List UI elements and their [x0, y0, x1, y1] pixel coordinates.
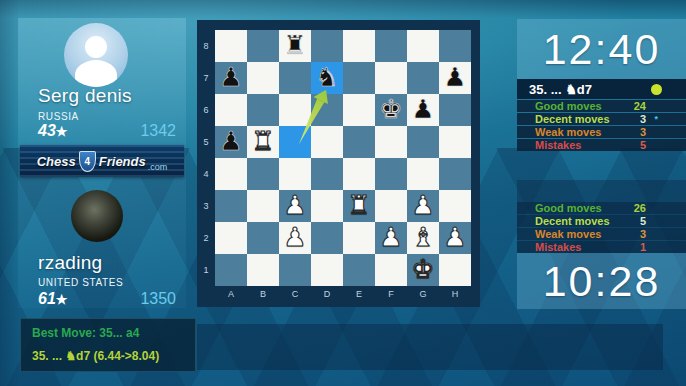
file-label: C	[279, 286, 311, 302]
square-h6[interactable]	[439, 94, 471, 126]
square-e1[interactable]	[343, 254, 375, 286]
white-pawn[interactable]: ♟	[439, 222, 471, 254]
board-panel: 87654321 ♜♟♞♟♚♟♟♜♟♜♟♟♟♝♟♚ ABCDEFGH	[197, 20, 480, 307]
square-c4[interactable]	[279, 158, 311, 190]
black-rook[interactable]: ♜	[279, 30, 311, 62]
file-labels: ABCDEFGH	[215, 286, 471, 302]
chess-friends-game-screen: Serg denis RUSSIA 43★ 1342 Chess 4 Frien…	[0, 0, 686, 386]
file-label: B	[247, 286, 279, 302]
move-quality-dot-icon	[651, 84, 662, 95]
square-h3[interactable]	[439, 190, 471, 222]
rank-label: 3	[197, 190, 215, 222]
square-e6[interactable]	[343, 94, 375, 126]
player-avatar	[71, 190, 123, 242]
square-a2[interactable]	[215, 222, 247, 254]
opponent-star-count: 43	[38, 122, 56, 139]
white-pawn[interactable]: ♟	[279, 190, 311, 222]
opponent-clock: 12:40	[517, 19, 686, 79]
rank-label: 6	[197, 94, 215, 126]
rank-label: 1	[197, 254, 215, 286]
square-c5[interactable]	[279, 126, 311, 158]
square-b2[interactable]	[247, 222, 279, 254]
best-move-text: Best Move: 35... a4	[32, 326, 139, 340]
file-label: E	[343, 286, 375, 302]
square-d1[interactable]	[311, 254, 343, 286]
square-e4[interactable]	[343, 158, 375, 190]
square-a3[interactable]	[215, 190, 247, 222]
stat-row-mistakes: Mistakes 5	[517, 139, 686, 151]
rank-label: 7	[197, 62, 215, 94]
stat-row-weak: Weak moves 3	[517, 228, 686, 240]
square-d4[interactable]	[311, 158, 343, 190]
square-c3[interactable]: ♟	[279, 190, 311, 222]
square-e8[interactable]	[343, 30, 375, 62]
square-b4[interactable]	[247, 158, 279, 190]
stat-row-mistakes: Mistakes 1	[517, 241, 686, 253]
square-c8[interactable]: ♜	[279, 30, 311, 62]
square-f4[interactable]	[375, 158, 407, 190]
chess4friends-logo: Chess 4 Friends .com	[20, 145, 184, 177]
square-g3[interactable]: ♟	[407, 190, 439, 222]
square-b1[interactable]	[247, 254, 279, 286]
rank-label: 5	[197, 126, 215, 158]
file-label: G	[407, 286, 439, 302]
black-pawn[interactable]: ♟	[215, 62, 247, 94]
square-g2[interactable]: ♝	[407, 222, 439, 254]
square-g4[interactable]	[407, 158, 439, 190]
last-move-bar: 35. ... ♞d7	[517, 79, 686, 99]
square-d8[interactable]	[311, 30, 343, 62]
square-f2[interactable]: ♟	[375, 222, 407, 254]
last-move-text: 35. ... ♞d7	[529, 82, 592, 97]
square-d5[interactable]	[311, 126, 343, 158]
square-g1[interactable]: ♚	[407, 254, 439, 286]
black-pawn[interactable]: ♟	[215, 126, 247, 158]
player-statline: 61★ 1350	[38, 290, 178, 310]
square-e3[interactable]: ♜	[343, 190, 375, 222]
player-name: rzading	[38, 252, 102, 274]
stat-row-good: Good moves 24	[517, 100, 686, 112]
black-pawn[interactable]: ♟	[407, 94, 439, 126]
logo-text-com: .com	[148, 162, 168, 172]
opponent-move-stats: Good moves 24 Decent moves 3 * Weak move…	[517, 100, 686, 151]
stat-row-weak: Weak moves 3	[517, 126, 686, 138]
opponent-rating: 1342	[140, 122, 176, 140]
square-c2[interactable]: ♟	[279, 222, 311, 254]
square-a6[interactable]	[215, 94, 247, 126]
player-move-stats: Good moves 26 Decent moves 5 Weak moves …	[517, 202, 686, 253]
white-pawn[interactable]: ♟	[375, 222, 407, 254]
square-a4[interactable]	[215, 158, 247, 190]
square-d2[interactable]	[311, 222, 343, 254]
file-label: F	[375, 286, 407, 302]
white-bishop[interactable]: ♝	[407, 222, 439, 254]
square-a1[interactable]	[215, 254, 247, 286]
square-c1[interactable]	[279, 254, 311, 286]
file-label: D	[311, 286, 343, 302]
black-pawn[interactable]: ♟	[439, 62, 471, 94]
file-label: A	[215, 286, 247, 302]
square-f8[interactable]	[375, 30, 407, 62]
square-a8[interactable]	[215, 30, 247, 62]
star-icon: ★	[56, 124, 68, 139]
bottom-bar	[197, 324, 663, 370]
square-f1[interactable]	[375, 254, 407, 286]
white-king[interactable]: ♚	[407, 254, 439, 286]
square-c7[interactable]	[279, 62, 311, 94]
players-panel: Serg denis RUSSIA 43★ 1342 Chess 4 Frien…	[18, 18, 186, 308]
square-e5[interactable]	[343, 126, 375, 158]
square-b3[interactable]	[247, 190, 279, 222]
square-f3[interactable]	[375, 190, 407, 222]
square-b5[interactable]: ♜	[247, 126, 279, 158]
white-rook[interactable]: ♜	[343, 190, 375, 222]
chess-board[interactable]: ♜♟♞♟♚♟♟♜♟♜♟♟♟♝♟♚	[215, 30, 471, 286]
stat-row-decent: Decent moves 5	[517, 215, 686, 227]
square-d3[interactable]	[311, 190, 343, 222]
square-g5[interactable]	[407, 126, 439, 158]
square-g8[interactable]	[407, 30, 439, 62]
square-f6[interactable]: ♚	[375, 94, 407, 126]
square-e2[interactable]	[343, 222, 375, 254]
opponent-name: Serg denis	[38, 85, 132, 107]
player-star-count: 61	[38, 290, 56, 307]
rank-label: 8	[197, 30, 215, 62]
logo-text-chess: Chess	[37, 154, 76, 169]
square-h4[interactable]	[439, 158, 471, 190]
black-king[interactable]: ♚	[375, 94, 407, 126]
square-d6[interactable]	[311, 94, 343, 126]
rank-label: 2	[197, 222, 215, 254]
square-d7[interactable]: ♞	[311, 62, 343, 94]
square-c6[interactable]	[279, 94, 311, 126]
square-e7[interactable]	[343, 62, 375, 94]
square-a5[interactable]: ♟	[215, 126, 247, 158]
square-g6[interactable]: ♟	[407, 94, 439, 126]
player-clock: 10:28	[517, 253, 686, 309]
opponent-avatar	[64, 23, 128, 87]
star-icon: ★	[56, 292, 68, 307]
stat-row-good: Good moves 26	[517, 202, 686, 214]
rank-label: 4	[197, 158, 215, 190]
square-h2[interactable]: ♟	[439, 222, 471, 254]
square-b8[interactable]	[247, 30, 279, 62]
logo-text-friends: Friends	[99, 154, 146, 169]
square-b6[interactable]	[247, 94, 279, 126]
file-label: H	[439, 286, 471, 302]
white-pawn[interactable]: ♟	[279, 222, 311, 254]
logo-shield-icon: 4	[79, 151, 96, 172]
square-a7[interactable]: ♟	[215, 62, 247, 94]
square-h5[interactable]	[439, 126, 471, 158]
black-knight[interactable]: ♞	[311, 62, 343, 94]
opponent-country: RUSSIA	[38, 111, 79, 122]
square-h8[interactable]	[439, 30, 471, 62]
played-move-eval-text: 35. ... ♞d7 (6.44->8.04)	[32, 349, 159, 363]
square-f5[interactable]	[375, 126, 407, 158]
asterisk-icon: *	[654, 114, 658, 124]
analysis-box: Best Move: 35... a4 35. ... ♞d7 (6.44->8…	[20, 318, 196, 372]
square-g7[interactable]	[407, 62, 439, 94]
white-rook[interactable]: ♜	[247, 126, 279, 158]
square-h7[interactable]: ♟	[439, 62, 471, 94]
rank-labels: 87654321	[197, 30, 215, 286]
square-b7[interactable]	[247, 62, 279, 94]
player-rating: 1350	[140, 290, 176, 308]
stat-row-decent: Decent moves 3 *	[517, 113, 686, 125]
opponent-statline: 43★ 1342	[38, 122, 178, 142]
square-f7[interactable]	[375, 62, 407, 94]
white-pawn[interactable]: ♟	[407, 190, 439, 222]
player-country: UNITED STATES	[38, 277, 123, 288]
square-h1[interactable]	[439, 254, 471, 286]
